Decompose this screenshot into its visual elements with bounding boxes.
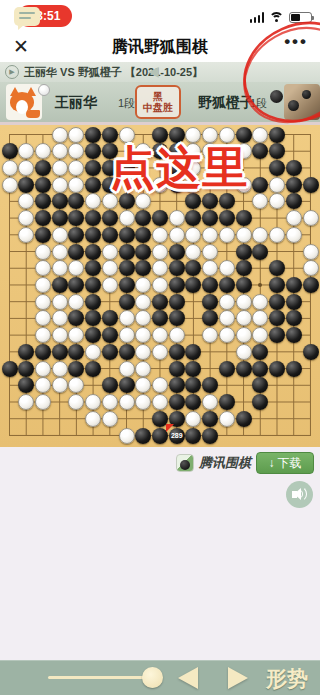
- black-stone: [286, 277, 302, 293]
- black-stone: [119, 277, 135, 293]
- black-stone: [219, 210, 235, 226]
- white-stone: [202, 244, 218, 260]
- black-stone: [169, 344, 185, 360]
- black-stone: [236, 244, 252, 260]
- black-stone: [102, 210, 118, 226]
- white-stone: [303, 210, 319, 226]
- black-stone: [119, 227, 135, 243]
- black-stone: [185, 428, 201, 444]
- white-stone: [135, 294, 151, 310]
- white-stone: [85, 344, 101, 360]
- black-stone: [236, 260, 252, 276]
- white-stone: [119, 210, 135, 226]
- white-stone: [303, 244, 319, 260]
- black-stone: [269, 160, 285, 176]
- black-stone: [85, 160, 101, 176]
- black-stone: [169, 294, 185, 310]
- black-stone: [169, 277, 185, 293]
- speaker-icon[interactable]: [286, 481, 313, 508]
- black-stone: [119, 244, 135, 260]
- white-stone: [286, 227, 302, 243]
- player-left-rank: 1段: [118, 96, 135, 111]
- black-stone: [52, 193, 68, 209]
- white-stone: [35, 361, 51, 377]
- white-stone: [303, 260, 319, 276]
- black-stone: [35, 160, 51, 176]
- black-stone: [269, 361, 285, 377]
- black-stone: [286, 327, 302, 343]
- white-stone: [219, 294, 235, 310]
- black-stone: [169, 361, 185, 377]
- black-stone: [119, 344, 135, 360]
- white-stone: [236, 344, 252, 360]
- white-stone: [68, 294, 84, 310]
- black-stone: [169, 394, 185, 410]
- white-stone: [102, 411, 118, 427]
- black-stone: [252, 361, 268, 377]
- black-stone: [102, 327, 118, 343]
- white-stone: [252, 127, 268, 143]
- white-stone: [152, 244, 168, 260]
- black-stone: [52, 210, 68, 226]
- black-stone: [102, 344, 118, 360]
- tencent-go-logo-icon: [176, 454, 194, 472]
- white-stone: [18, 227, 34, 243]
- app-screen: 13:51 ✕ 腾讯野狐围棋 ••• ▶ 王丽华 VS 野狐橙子 【2021-1…: [0, 0, 320, 695]
- white-stone: [169, 210, 185, 226]
- white-stone: [152, 277, 168, 293]
- black-stone: [202, 411, 218, 427]
- white-stone: [219, 327, 235, 343]
- white-stone: [286, 210, 302, 226]
- black-stone: [303, 344, 319, 360]
- player-right-rank: 1段: [250, 96, 267, 111]
- black-stone: [35, 177, 51, 193]
- white-stone: [119, 361, 135, 377]
- black-stone: [286, 177, 302, 193]
- white-stone: [85, 411, 101, 427]
- match-title: 王丽华 VS 野狐橙子 【2021-10-25】: [24, 65, 203, 80]
- black-stone-icon: [270, 90, 283, 103]
- white-stone: [2, 160, 18, 176]
- avatar-right-photo: [284, 84, 320, 120]
- white-stone: [52, 361, 68, 377]
- download-label: 下载: [278, 455, 302, 472]
- black-stone: [68, 244, 84, 260]
- black-stone: [52, 344, 68, 360]
- white-stone: [269, 227, 285, 243]
- white-stone-icon: [38, 84, 50, 96]
- situation-button[interactable]: 形势: [266, 665, 308, 693]
- black-stone: [286, 160, 302, 176]
- black-stone: [236, 277, 252, 293]
- white-stone: [169, 227, 185, 243]
- white-stone: [152, 227, 168, 243]
- white-stone: [135, 361, 151, 377]
- black-stone: [269, 127, 285, 143]
- white-stone: [236, 327, 252, 343]
- battery-icon: [289, 12, 312, 23]
- black-stone: [85, 361, 101, 377]
- black-stone: [303, 277, 319, 293]
- white-stone: [2, 177, 18, 193]
- next-move-button[interactable]: [228, 667, 248, 689]
- black-stone: [85, 244, 101, 260]
- promo-area: 腾讯围棋 ↓ 下载: [0, 447, 320, 660]
- white-stone: [152, 344, 168, 360]
- black-stone: [2, 143, 18, 159]
- black-stone: [35, 227, 51, 243]
- black-stone: [286, 294, 302, 310]
- white-stone: [52, 244, 68, 260]
- black-stone: [152, 294, 168, 310]
- black-stone: [286, 361, 302, 377]
- black-stone: [52, 277, 68, 293]
- black-stone: [236, 210, 252, 226]
- black-stone: [219, 277, 235, 293]
- white-stone: [102, 260, 118, 276]
- white-stone: [52, 377, 68, 393]
- white-stone: [169, 327, 185, 343]
- black-stone: [152, 210, 168, 226]
- black-stone: [252, 177, 268, 193]
- black-stone: [18, 344, 34, 360]
- black-stone: [85, 227, 101, 243]
- last-move-marker-icon: [166, 424, 174, 432]
- result-line2: 中盘胜: [143, 102, 173, 113]
- black-stone: [85, 127, 101, 143]
- white-stone: [52, 227, 68, 243]
- black-stone: [135, 244, 151, 260]
- black-stone: [269, 294, 285, 310]
- black-stone: [119, 260, 135, 276]
- white-stone: [185, 244, 201, 260]
- black-stone: [169, 377, 185, 393]
- white-stone: [52, 160, 68, 176]
- black-stone: [85, 277, 101, 293]
- wifi-icon: [269, 12, 284, 23]
- system-icons: [250, 9, 313, 23]
- black-stone: [85, 177, 101, 193]
- black-stone: [236, 411, 252, 427]
- black-stone: [202, 428, 218, 444]
- white-stone: [52, 260, 68, 276]
- white-stone: [52, 310, 68, 326]
- black-stone: [68, 361, 84, 377]
- download-arrow-icon: ↓: [269, 456, 275, 470]
- black-stone: [18, 177, 34, 193]
- black-stone: [119, 377, 135, 393]
- white-stone: [236, 310, 252, 326]
- nav-bar: ✕ 腾讯野狐围棋 •••: [0, 32, 320, 62]
- black-stone: [252, 244, 268, 260]
- white-stone: [119, 394, 135, 410]
- status-bar: 13:51: [0, 0, 320, 32]
- white-stone: [219, 411, 235, 427]
- black-stone: [169, 260, 185, 276]
- white-stone: [52, 127, 68, 143]
- white-stone: [52, 143, 68, 159]
- black-stone: [18, 361, 34, 377]
- player-left-name: 王丽华: [55, 94, 97, 112]
- black-stone: [219, 394, 235, 410]
- prev-move-button[interactable]: [178, 667, 198, 689]
- white-stone: [35, 394, 51, 410]
- white-stone: [236, 294, 252, 310]
- collapse-icon[interactable]: ◀: [148, 63, 159, 79]
- result-badge: 黑 中盘胜: [135, 85, 181, 119]
- black-stone: [135, 227, 151, 243]
- white-stone: [119, 310, 135, 326]
- download-button[interactable]: ↓ 下载: [256, 452, 314, 474]
- black-stone: [85, 294, 101, 310]
- black-stone: [303, 177, 319, 193]
- more-menu-icon[interactable]: •••: [284, 32, 308, 52]
- black-stone: [35, 344, 51, 360]
- white-stone: [152, 394, 168, 410]
- promo-app-name: 腾讯围棋: [199, 454, 251, 472]
- white-stone: [269, 177, 285, 193]
- black-stone: [102, 227, 118, 243]
- white-stone: [68, 177, 84, 193]
- white-stone: [102, 244, 118, 260]
- white-stone: [252, 294, 268, 310]
- player-bar: 王丽华 1段 黑 中盘胜 野狐橙子 1段: [0, 82, 320, 122]
- white-stone: [202, 227, 218, 243]
- white-stone: [102, 394, 118, 410]
- comment-icon[interactable]: [14, 7, 40, 26]
- tap-here-annotation: 点这里: [110, 138, 248, 198]
- page-title: 腾讯野狐围棋: [0, 37, 320, 58]
- result-line1: 黑: [153, 91, 163, 102]
- play-icon[interactable]: ▶: [5, 65, 19, 79]
- black-stone: [135, 428, 151, 444]
- white-stone: [102, 277, 118, 293]
- avatar-left-fox: [6, 84, 42, 120]
- black-stone: [169, 244, 185, 260]
- black-stone: [119, 294, 135, 310]
- white-stone: [236, 227, 252, 243]
- white-stone: [35, 294, 51, 310]
- black-stone: [219, 361, 235, 377]
- black-stone: [2, 361, 18, 377]
- white-stone: [68, 127, 84, 143]
- white-stone: [119, 327, 135, 343]
- player-right-name: 野狐橙子: [198, 94, 254, 112]
- black-stone: [35, 210, 51, 226]
- white-stone: [219, 227, 235, 243]
- white-stone: [35, 327, 51, 343]
- white-stone: [119, 428, 135, 444]
- black-stone: [236, 361, 252, 377]
- black-stone: [269, 277, 285, 293]
- white-stone: [52, 294, 68, 310]
- white-stone: [35, 244, 51, 260]
- match-info-bar: ▶ 王丽华 VS 野狐橙子 【2021-10-25】 ◀: [0, 62, 320, 82]
- white-stone: [52, 177, 68, 193]
- signal-icon: [250, 12, 265, 23]
- white-stone: [52, 327, 68, 343]
- black-stone: [202, 294, 218, 310]
- black-stone: [185, 361, 201, 377]
- white-stone: [35, 277, 51, 293]
